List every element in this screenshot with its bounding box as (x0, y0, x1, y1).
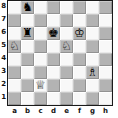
square-c3 (34, 66, 47, 79)
rank-label-4: 4 (0, 52, 7, 65)
square-d4 (47, 53, 60, 66)
square-h8 (99, 1, 112, 14)
square-b6: ♜ (21, 27, 34, 40)
square-c6 (34, 27, 47, 40)
square-g2 (86, 79, 99, 92)
square-c4 (34, 53, 47, 66)
square-a6 (8, 27, 21, 40)
square-a1 (8, 92, 21, 105)
rank-label-1: 1 (0, 91, 7, 104)
square-b4 (21, 53, 34, 66)
square-a5: ♘ (8, 40, 21, 53)
rank-labels: 87654321 (0, 0, 7, 104)
square-h1 (99, 92, 112, 105)
square-f4 (73, 53, 86, 66)
square-b5 (21, 40, 34, 53)
square-b2 (21, 79, 34, 92)
square-a8 (8, 1, 21, 14)
file-label-f: f (73, 106, 86, 117)
black-rook-b6: ♜ (22, 27, 33, 40)
white-king-f6: ♔ (74, 27, 85, 40)
chess-diagram: 87654321 ♞♜♚♔♘♘♗♕ abcdefgh (0, 0, 118, 118)
square-g7 (86, 14, 99, 27)
square-a7 (8, 14, 21, 27)
square-c1 (34, 92, 47, 105)
black-knight-b8: ♞ (22, 1, 33, 14)
square-d1 (47, 92, 60, 105)
square-h3 (99, 66, 112, 79)
square-g1 (86, 92, 99, 105)
white-queen-c2: ♕ (35, 79, 46, 92)
square-d2 (47, 79, 60, 92)
square-d3 (47, 66, 60, 79)
square-h6 (99, 27, 112, 40)
square-d8 (47, 1, 60, 14)
square-b1 (21, 92, 34, 105)
square-f8 (73, 1, 86, 14)
square-g3: ♗ (86, 66, 99, 79)
square-f7 (73, 14, 86, 27)
file-label-e: e (60, 106, 73, 117)
square-h4 (99, 53, 112, 66)
square-e6 (60, 27, 73, 40)
file-label-b: b (21, 106, 34, 117)
file-label-a: a (8, 106, 21, 117)
square-b8: ♞ (21, 1, 34, 14)
square-e7 (60, 14, 73, 27)
square-e1 (60, 92, 73, 105)
rank-label-5: 5 (0, 39, 7, 52)
square-c5 (34, 40, 47, 53)
square-e3 (60, 66, 73, 79)
square-a4 (8, 53, 21, 66)
square-e5: ♘ (60, 40, 73, 53)
square-h2 (99, 79, 112, 92)
square-g6 (86, 27, 99, 40)
square-h5 (99, 40, 112, 53)
file-labels: abcdefgh (8, 106, 118, 117)
square-f3 (73, 66, 86, 79)
chess-board: ♞♜♚♔♘♘♗♕ (7, 0, 113, 106)
black-king-d6: ♚ (48, 27, 59, 40)
square-c7 (34, 14, 47, 27)
white-knight-e5: ♘ (61, 40, 72, 53)
square-d6: ♚ (47, 27, 60, 40)
rank-label-8: 8 (0, 0, 7, 13)
square-f5 (73, 40, 86, 53)
rank-label-7: 7 (0, 13, 7, 26)
file-label-g: g (86, 106, 99, 117)
white-bishop-g3: ♗ (87, 66, 98, 79)
square-e8 (60, 1, 73, 14)
file-label-h: h (99, 106, 112, 117)
rank-label-3: 3 (0, 65, 7, 78)
square-g8 (86, 1, 99, 14)
square-h7 (99, 14, 112, 27)
square-g5 (86, 40, 99, 53)
square-f1 (73, 92, 86, 105)
square-c8 (34, 1, 47, 14)
square-f2 (73, 79, 86, 92)
square-e2 (60, 79, 73, 92)
square-c2: ♕ (34, 79, 47, 92)
square-g4 (86, 53, 99, 66)
square-a3 (8, 66, 21, 79)
square-d7 (47, 14, 60, 27)
square-b3 (21, 66, 34, 79)
square-d5 (47, 40, 60, 53)
rank-label-6: 6 (0, 26, 7, 39)
white-knight-a5: ♘ (9, 40, 20, 53)
file-label-c: c (34, 106, 47, 117)
file-label-d: d (47, 106, 60, 117)
square-f6: ♔ (73, 27, 86, 40)
square-b7 (21, 14, 34, 27)
square-a2 (8, 79, 21, 92)
square-e4 (60, 53, 73, 66)
rank-label-2: 2 (0, 78, 7, 91)
